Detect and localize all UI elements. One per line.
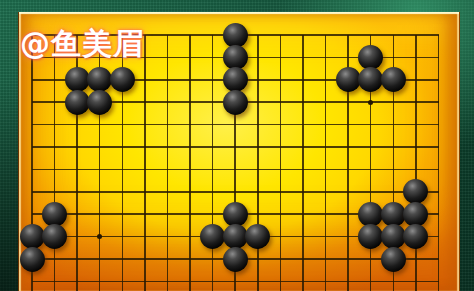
grid-line-vertical xyxy=(54,35,56,291)
black-stone xyxy=(223,90,248,115)
star-point xyxy=(368,100,373,105)
black-stone xyxy=(65,67,90,92)
black-stone xyxy=(358,67,383,92)
black-stone xyxy=(200,224,225,249)
black-stone xyxy=(223,23,248,48)
grid-line-horizontal xyxy=(32,281,440,283)
grid-line-vertical xyxy=(257,35,259,291)
grid-line-horizontal xyxy=(32,124,440,126)
black-stone xyxy=(223,247,248,272)
black-stone xyxy=(65,90,90,115)
black-stone xyxy=(381,202,406,227)
grid-line-vertical xyxy=(212,35,214,291)
black-stone xyxy=(358,202,383,227)
black-stone xyxy=(223,224,248,249)
black-stone xyxy=(381,224,406,249)
grid-line-vertical xyxy=(415,35,417,291)
watermark-text: @鱼美眉 xyxy=(20,24,144,65)
black-stone xyxy=(20,247,45,272)
grid-line-vertical xyxy=(189,35,191,291)
black-stone xyxy=(381,67,406,92)
black-stone xyxy=(403,224,428,249)
black-stone xyxy=(358,224,383,249)
black-stone xyxy=(245,224,270,249)
screenshot-stage: @鱼美眉 xyxy=(0,0,474,291)
black-stone xyxy=(223,202,248,227)
grid-line-horizontal xyxy=(32,169,440,171)
grid-line-vertical xyxy=(325,35,327,291)
black-stone xyxy=(87,67,112,92)
black-stone xyxy=(358,45,383,70)
black-stone xyxy=(381,247,406,272)
black-stone xyxy=(336,67,361,92)
star-point xyxy=(97,234,102,239)
black-stone xyxy=(403,179,428,204)
grid-line-vertical xyxy=(438,35,440,291)
grid-line-horizontal xyxy=(32,191,440,193)
grid-line-vertical xyxy=(302,35,304,291)
black-stone xyxy=(223,67,248,92)
black-stone xyxy=(87,90,112,115)
black-stone xyxy=(42,224,67,249)
black-stone xyxy=(223,45,248,70)
black-stone xyxy=(110,67,135,92)
black-stone xyxy=(42,202,67,227)
grid-line-vertical xyxy=(167,35,169,291)
black-stone xyxy=(20,224,45,249)
grid-line-vertical xyxy=(280,35,282,291)
grid-line-horizontal xyxy=(32,146,440,148)
black-stone xyxy=(403,202,428,227)
grid-line-vertical xyxy=(144,35,146,291)
